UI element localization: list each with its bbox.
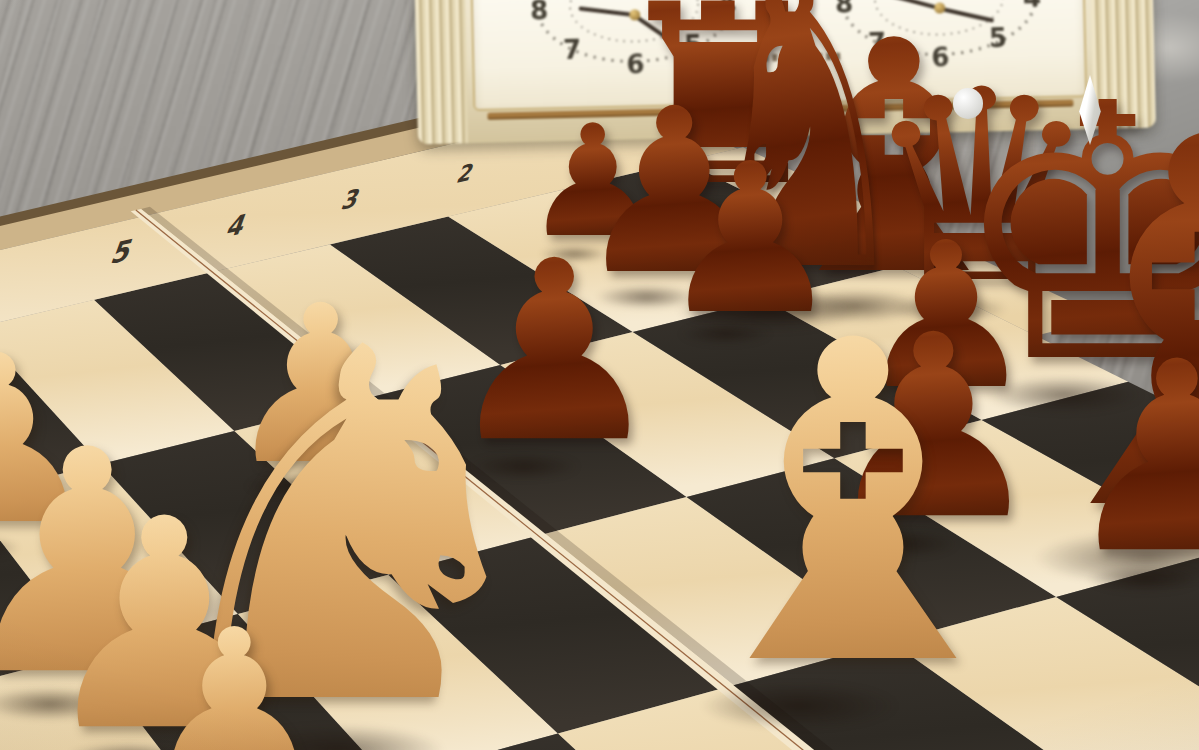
clock-dial-right: 87654 — [819, 0, 1061, 97]
clock-left-ribbed-cap — [414, 0, 468, 144]
chess-photo-scene: 5432 87654 87654 ♜♟♟♝♛♞♟♚♟♟♟♟♟♝♟♟♝♞♟♟ — [0, 0, 1199, 750]
chess-clock: 87654 87654 — [414, 0, 1156, 144]
clock-numeral-7: 7 — [867, 28, 888, 58]
clock-numeral-4: 4 — [717, 0, 738, 20]
clock-numeral-6: 6 — [930, 42, 951, 72]
clock-right-ribbed-cap — [1090, 0, 1156, 129]
clock-numeral-8: 8 — [529, 0, 550, 26]
clock-dial-left: 87654 — [514, 0, 756, 104]
clock-numeral-5: 5 — [988, 23, 1009, 53]
clock-numeral-5: 5 — [683, 30, 704, 60]
clock-numeral-7: 7 — [562, 35, 583, 65]
clock-numeral-4: 4 — [1022, 0, 1043, 13]
clock-numeral-6: 6 — [625, 49, 646, 79]
clock-numeral-8: 8 — [834, 0, 855, 19]
